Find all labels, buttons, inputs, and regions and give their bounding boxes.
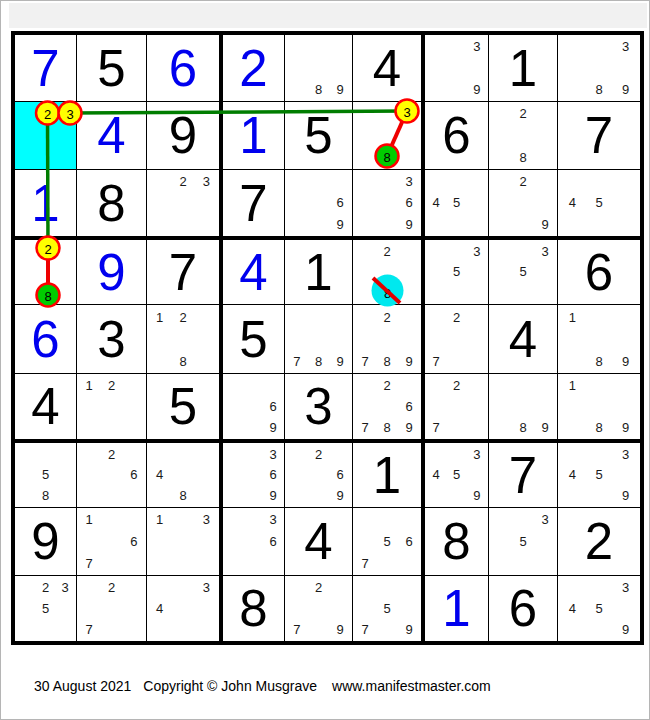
candidates: 29 xyxy=(490,171,556,235)
cell-r5c9[interactable]: 189 xyxy=(558,305,640,374)
cell-value: 3 xyxy=(285,374,352,439)
cell-value: 5 xyxy=(77,35,146,101)
cell-r5c4[interactable]: 5 xyxy=(223,305,285,374)
candidate-5: 5 xyxy=(512,262,534,283)
candidate-3: 3 xyxy=(398,171,420,192)
candidate-7: 7 xyxy=(426,350,446,372)
cell-r2c5[interactable]: 5 xyxy=(285,102,353,170)
cell-r8c2[interactable]: 167 xyxy=(77,508,147,576)
candidate-7: 7 xyxy=(354,417,376,438)
cell-r1c7[interactable]: 39 xyxy=(425,35,489,102)
candidate-2: 2 xyxy=(36,577,56,598)
cell-r7c1[interactable]: 58 xyxy=(15,443,77,508)
cell-value: 8 xyxy=(425,508,488,575)
candidates: 26 xyxy=(78,444,145,506)
candidates: 389 xyxy=(559,36,639,100)
candidate-8: 8 xyxy=(512,146,534,168)
candidates: 28 xyxy=(354,241,420,303)
candidate-3: 3 xyxy=(195,577,218,598)
candidate-8: 8 xyxy=(171,350,194,372)
candidates: 35 xyxy=(490,241,556,303)
cell-r3c1[interactable]: 1 xyxy=(15,170,77,240)
candidate-9: 9 xyxy=(398,214,420,235)
candidate-3: 3 xyxy=(467,241,487,262)
footer: 30 August 2021Copyright © John Musgravew… xyxy=(34,678,491,694)
cell-value: 6 xyxy=(15,305,76,373)
cell-r3c3[interactable]: 23 xyxy=(147,170,223,240)
page: 7562894391389491562871823769369452945974… xyxy=(0,0,650,720)
candidates: 3459 xyxy=(559,444,639,506)
candidates: 167 xyxy=(78,509,145,574)
cell-r2c8[interactable]: 28 xyxy=(489,102,558,170)
cell-r7c9[interactable]: 3459 xyxy=(558,443,640,508)
cell-r6c6[interactable]: 26789 xyxy=(353,374,425,443)
cell-r1c3[interactable]: 6 xyxy=(147,35,223,102)
candidate-5: 5 xyxy=(36,465,56,486)
candidate-8: 8 xyxy=(376,282,398,303)
cell-value: 8 xyxy=(77,170,146,236)
candidates: 89 xyxy=(490,375,556,438)
candidates: 27 xyxy=(78,577,145,640)
cell-r4c3[interactable]: 7 xyxy=(147,240,223,305)
candidates: 35 xyxy=(426,241,487,303)
candidate-1: 1 xyxy=(148,509,171,531)
cell-r7c3[interactable]: 48 xyxy=(147,443,223,508)
footer-website: www.manifestmaster.com xyxy=(332,678,491,694)
candidate-9: 9 xyxy=(534,214,556,235)
cell-r7c6[interactable]: 1 xyxy=(353,443,425,508)
cell-r6c7[interactable]: 27 xyxy=(425,374,489,443)
cell-r2c9[interactable]: 7 xyxy=(558,102,640,170)
cell-r5c7[interactable]: 27 xyxy=(425,305,489,374)
cell-r5c5[interactable]: 789 xyxy=(285,305,353,374)
cell-r4c4[interactable]: 4 xyxy=(223,240,285,305)
candidate-8: 8 xyxy=(586,417,613,438)
candidate-3: 3 xyxy=(263,509,283,531)
candidate-6: 6 xyxy=(263,531,283,553)
footer-copyright: Copyright © John Musgrave xyxy=(143,678,317,694)
candidate-9: 9 xyxy=(398,350,420,372)
cell-r1c9[interactable]: 389 xyxy=(558,35,640,102)
cell-r2c2[interactable]: 4 xyxy=(77,102,147,170)
candidate-6: 6 xyxy=(263,465,283,486)
cell-r3c7[interactable]: 45 xyxy=(425,170,489,240)
cell-r2c1[interactable] xyxy=(15,102,77,170)
candidate-3: 3 xyxy=(467,444,487,465)
candidate-9: 9 xyxy=(263,417,283,438)
candidates: 3459 xyxy=(426,444,487,506)
candidate-9: 9 xyxy=(612,79,639,100)
candidate-6: 6 xyxy=(263,396,283,417)
candidate-4: 4 xyxy=(559,598,586,619)
cell-r1c4[interactable]: 2 xyxy=(223,35,285,102)
cell-r9c6[interactable]: 579 xyxy=(353,576,425,641)
candidate-2: 2 xyxy=(512,171,534,192)
cell-r9c4[interactable]: 8 xyxy=(223,576,285,641)
candidate-6: 6 xyxy=(398,192,420,213)
candidate-6: 6 xyxy=(123,531,145,553)
cell-r4c9[interactable]: 6 xyxy=(558,240,640,305)
candidates: 23 xyxy=(148,171,218,235)
cell-value: 4 xyxy=(489,305,557,373)
cell-value: 1 xyxy=(285,240,352,304)
candidate-9: 9 xyxy=(329,485,351,506)
candidates: 48 xyxy=(148,444,218,506)
candidate-5: 5 xyxy=(446,262,466,283)
cell-r9c1[interactable]: 235 xyxy=(15,576,77,641)
cell-value: 5 xyxy=(147,374,219,439)
cell-r6c3[interactable]: 5 xyxy=(147,374,223,443)
candidate-6: 6 xyxy=(329,192,351,213)
cell-r6c5[interactable]: 3 xyxy=(285,374,353,443)
cell-r7c4[interactable]: 369 xyxy=(223,443,285,508)
candidate-5: 5 xyxy=(376,531,398,553)
cell-value: 6 xyxy=(489,576,557,641)
cell-r8c7[interactable]: 8 xyxy=(425,508,489,576)
cell-r1c6[interactable]: 4 xyxy=(353,35,425,102)
candidate-3: 3 xyxy=(263,444,283,465)
candidate-7: 7 xyxy=(426,417,446,438)
cell-value: 1 xyxy=(489,35,557,101)
cell-value: 4 xyxy=(15,374,76,439)
candidate-5: 5 xyxy=(376,598,398,619)
candidate-7: 7 xyxy=(354,552,376,574)
candidates: 39 xyxy=(426,36,487,100)
candidate-9: 9 xyxy=(263,485,283,506)
candidate-8: 8 xyxy=(308,350,330,372)
candidate-2: 2 xyxy=(512,103,534,125)
candidates: 36 xyxy=(224,509,283,574)
candidate-3: 3 xyxy=(195,509,218,531)
cell-value: 9 xyxy=(147,102,219,169)
candidates: 189 xyxy=(559,375,639,438)
candidate-6: 6 xyxy=(398,531,420,553)
candidate-9: 9 xyxy=(612,485,639,506)
candidate-7: 7 xyxy=(78,619,100,640)
candidate-4: 4 xyxy=(559,465,586,486)
cell-value: 4 xyxy=(285,508,352,575)
cell-r2c3[interactable]: 9 xyxy=(147,102,223,170)
candidate-5: 5 xyxy=(446,465,466,486)
candidates: 26789 xyxy=(354,375,420,438)
candidates: 789 xyxy=(286,306,351,372)
candidate-2: 2 xyxy=(100,444,122,465)
cell-r2c4[interactable]: 1 xyxy=(223,102,285,170)
candidate-8: 8 xyxy=(36,485,56,506)
candidate-4: 4 xyxy=(559,192,586,213)
candidate-6: 6 xyxy=(329,465,351,486)
candidates: 13 xyxy=(148,509,218,574)
candidate-4: 4 xyxy=(148,598,171,619)
cell-value: 9 xyxy=(15,508,76,575)
top-band xyxy=(9,3,647,28)
candidate-9: 9 xyxy=(398,417,420,438)
candidate-9: 9 xyxy=(612,350,639,372)
candidate-5: 5 xyxy=(586,192,613,213)
candidate-9: 9 xyxy=(467,485,487,506)
candidate-3: 3 xyxy=(55,577,75,598)
candidate-9: 9 xyxy=(329,79,351,100)
cell-value: 7 xyxy=(15,35,76,101)
cell-r7c7[interactable]: 3459 xyxy=(425,443,489,508)
cell-r9c5[interactable]: 279 xyxy=(285,576,353,641)
candidate-9: 9 xyxy=(612,417,639,438)
cell-r5c2[interactable]: 3 xyxy=(77,305,147,374)
cell-value: 4 xyxy=(77,102,146,169)
candidate-2: 2 xyxy=(376,241,398,262)
cell-r6c1[interactable]: 4 xyxy=(15,374,77,443)
cell-value: 7 xyxy=(147,240,219,304)
candidate-2: 2 xyxy=(308,577,330,598)
candidate-4: 4 xyxy=(148,465,171,486)
candidates: 369 xyxy=(354,171,420,235)
candidates: 69 xyxy=(224,375,283,438)
candidate-1: 1 xyxy=(148,306,171,328)
candidates: 235 xyxy=(16,577,75,640)
cell-value: 4 xyxy=(353,35,421,101)
candidate-9: 9 xyxy=(329,350,351,372)
candidate-1: 1 xyxy=(78,375,100,396)
cell-r8c8[interactable]: 35 xyxy=(489,508,558,576)
candidates: 12 xyxy=(78,375,145,438)
candidates: 89 xyxy=(286,36,351,100)
candidate-1: 1 xyxy=(78,509,100,531)
footer-date: 30 August 2021 xyxy=(34,678,131,694)
candidate-3: 3 xyxy=(467,36,487,57)
candidates: 189 xyxy=(559,306,639,372)
candidates: 2789 xyxy=(354,306,420,372)
cell-r3c6[interactable]: 369 xyxy=(353,170,425,240)
cell-r3c9[interactable]: 45 xyxy=(558,170,640,240)
cell-r7c5[interactable]: 269 xyxy=(285,443,353,508)
cell-r7c2[interactable]: 26 xyxy=(77,443,147,508)
cell-r8c1[interactable]: 9 xyxy=(15,508,77,576)
cell-value: 3 xyxy=(77,305,146,373)
cell-r1c1[interactable]: 7 xyxy=(15,35,77,102)
candidates: 3459 xyxy=(559,577,639,640)
candidate-2: 2 xyxy=(171,171,194,192)
cell-r6c9[interactable]: 189 xyxy=(558,374,640,443)
cell-r8c5[interactable]: 4 xyxy=(285,508,353,576)
cell-value: 5 xyxy=(285,102,352,169)
cell-r3c2[interactable]: 8 xyxy=(77,170,147,240)
candidates: 45 xyxy=(559,171,639,235)
candidate-2: 2 xyxy=(100,577,122,598)
candidate-9: 9 xyxy=(329,214,351,235)
candidate-3: 3 xyxy=(195,171,218,192)
cell-value: 2 xyxy=(223,35,284,101)
candidate-3: 3 xyxy=(612,444,639,465)
candidate-2: 2 xyxy=(171,306,194,328)
candidate-7: 7 xyxy=(286,619,308,640)
candidate-7: 7 xyxy=(354,350,376,372)
cell-value: 1 xyxy=(223,102,284,169)
cell-r3c8[interactable]: 29 xyxy=(489,170,558,240)
cell-r4c5[interactable]: 1 xyxy=(285,240,353,305)
cell-r4c7[interactable]: 35 xyxy=(425,240,489,305)
candidates: 128 xyxy=(148,306,218,372)
candidate-6: 6 xyxy=(123,465,145,486)
candidates: 279 xyxy=(286,577,351,640)
candidate-8: 8 xyxy=(171,485,194,506)
cell-value: 7 xyxy=(489,443,557,507)
candidates: 27 xyxy=(426,375,487,438)
candidate-3: 3 xyxy=(612,36,639,57)
candidate-6: 6 xyxy=(398,396,420,417)
cell-r5c8[interactable]: 4 xyxy=(489,305,558,374)
candidate-2: 2 xyxy=(376,306,398,328)
candidate-7: 7 xyxy=(354,619,376,640)
candidates: 369 xyxy=(224,444,283,506)
candidate-4: 4 xyxy=(426,465,446,486)
candidate-5: 5 xyxy=(586,598,613,619)
cell-r6c8[interactable]: 89 xyxy=(489,374,558,443)
cell-r9c3[interactable]: 34 xyxy=(147,576,223,641)
cell-value: 6 xyxy=(425,102,488,169)
candidate-9: 9 xyxy=(398,619,420,640)
cell-r4c6[interactable]: 28 xyxy=(353,240,425,305)
candidate-7: 7 xyxy=(78,552,100,574)
cell-value: 1 xyxy=(353,443,421,507)
cell-r1c5[interactable]: 89 xyxy=(285,35,353,102)
cell-r8c9[interactable]: 2 xyxy=(558,508,640,576)
candidate-8: 8 xyxy=(376,417,398,438)
candidate-8: 8 xyxy=(376,350,398,372)
candidate-8: 8 xyxy=(308,79,330,100)
candidate-9: 9 xyxy=(329,619,351,640)
candidates: 269 xyxy=(286,444,351,506)
candidates: 34 xyxy=(148,577,218,640)
candidates: 58 xyxy=(16,444,75,506)
candidate-1: 1 xyxy=(559,306,586,328)
cell-value: 5 xyxy=(223,305,284,373)
candidate-5: 5 xyxy=(446,192,466,213)
cell-r3c5[interactable]: 69 xyxy=(285,170,353,240)
cell-value: 8 xyxy=(223,576,284,641)
cell-r9c9[interactable]: 3459 xyxy=(558,576,640,641)
candidate-2: 2 xyxy=(446,375,466,396)
candidate-9: 9 xyxy=(534,417,556,438)
cell-value: 4 xyxy=(223,240,284,304)
cell-value: 7 xyxy=(223,170,284,236)
candidate-7: 7 xyxy=(286,350,308,372)
cell-r9c8[interactable]: 6 xyxy=(489,576,558,641)
cell-r2c7[interactable]: 6 xyxy=(425,102,489,170)
candidates: 27 xyxy=(426,306,487,372)
candidate-2: 2 xyxy=(100,375,122,396)
candidate-8: 8 xyxy=(512,417,534,438)
candidate-4: 4 xyxy=(426,192,446,213)
cell-r5c6[interactable]: 2789 xyxy=(353,305,425,374)
candidate-2: 2 xyxy=(446,306,466,328)
cell-r5c3[interactable]: 128 xyxy=(147,305,223,374)
cell-value: 2 xyxy=(558,508,640,575)
cell-r4c8[interactable]: 35 xyxy=(489,240,558,305)
candidate-5: 5 xyxy=(586,465,613,486)
cell-value: 6 xyxy=(147,35,219,101)
cell-r7c8[interactable]: 7 xyxy=(489,443,558,508)
candidate-5: 5 xyxy=(36,598,56,619)
cell-r6c2[interactable]: 12 xyxy=(77,374,147,443)
candidate-9: 9 xyxy=(467,79,487,100)
candidate-3: 3 xyxy=(534,241,556,262)
candidates: 35 xyxy=(490,509,556,574)
cell-r2c6[interactable] xyxy=(353,102,425,170)
cell-r8c4[interactable]: 36 xyxy=(223,508,285,576)
candidate-9: 9 xyxy=(612,619,639,640)
cell-r1c2[interactable]: 5 xyxy=(77,35,147,102)
cell-r8c3[interactable]: 13 xyxy=(147,508,223,576)
candidate-3: 3 xyxy=(534,509,556,531)
candidates: 69 xyxy=(286,171,351,235)
candidate-5: 5 xyxy=(512,531,534,553)
cell-r3c4[interactable]: 7 xyxy=(223,170,285,240)
cell-value: 7 xyxy=(558,102,640,169)
cell-value: 6 xyxy=(558,240,640,304)
sudoku-board: 7562894391389491562871823769369452945974… xyxy=(11,31,644,645)
cell-r6c4[interactable]: 69 xyxy=(223,374,285,443)
candidate-3: 3 xyxy=(612,577,639,598)
candidate-1: 1 xyxy=(559,375,586,396)
candidates: 579 xyxy=(354,577,420,640)
candidate-2: 2 xyxy=(376,375,398,396)
cell-r4c1[interactable] xyxy=(15,240,77,305)
candidate-2: 2 xyxy=(308,444,330,465)
cell-r9c7[interactable]: 1 xyxy=(425,576,489,641)
cell-r4c2[interactable]: 9 xyxy=(77,240,147,305)
candidate-8: 8 xyxy=(586,350,613,372)
cell-r1c8[interactable]: 1 xyxy=(489,35,558,102)
cell-r8c6[interactable]: 567 xyxy=(353,508,425,576)
candidate-8: 8 xyxy=(586,79,613,100)
candidates: 45 xyxy=(426,171,487,235)
cell-value: 1 xyxy=(15,170,76,236)
candidates: 567 xyxy=(354,509,420,574)
cell-value: 1 xyxy=(425,576,488,641)
cell-value: 9 xyxy=(77,240,146,304)
candidates: 28 xyxy=(490,103,556,168)
cell-r9c2[interactable]: 27 xyxy=(77,576,147,641)
cell-r5c1[interactable]: 6 xyxy=(15,305,77,374)
